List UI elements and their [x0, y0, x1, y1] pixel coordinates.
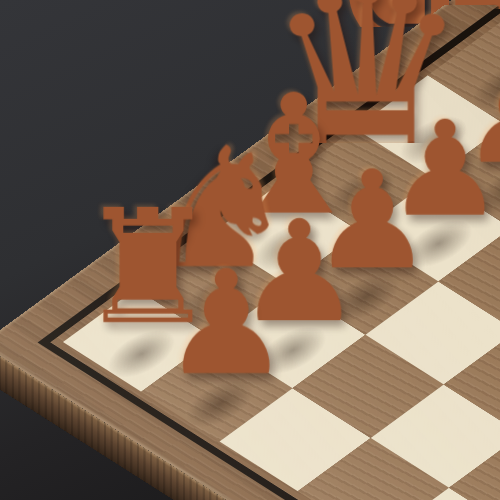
- piece-black-pawn-a7[interactable]: ♟: [71, 251, 380, 395]
- board: ♜♞♝♛♚♝♟♟♟♟♟: [0, 0, 500, 500]
- photo-scene: ♜♞♝♛♚♝♟♟♟♟♟: [0, 0, 500, 500]
